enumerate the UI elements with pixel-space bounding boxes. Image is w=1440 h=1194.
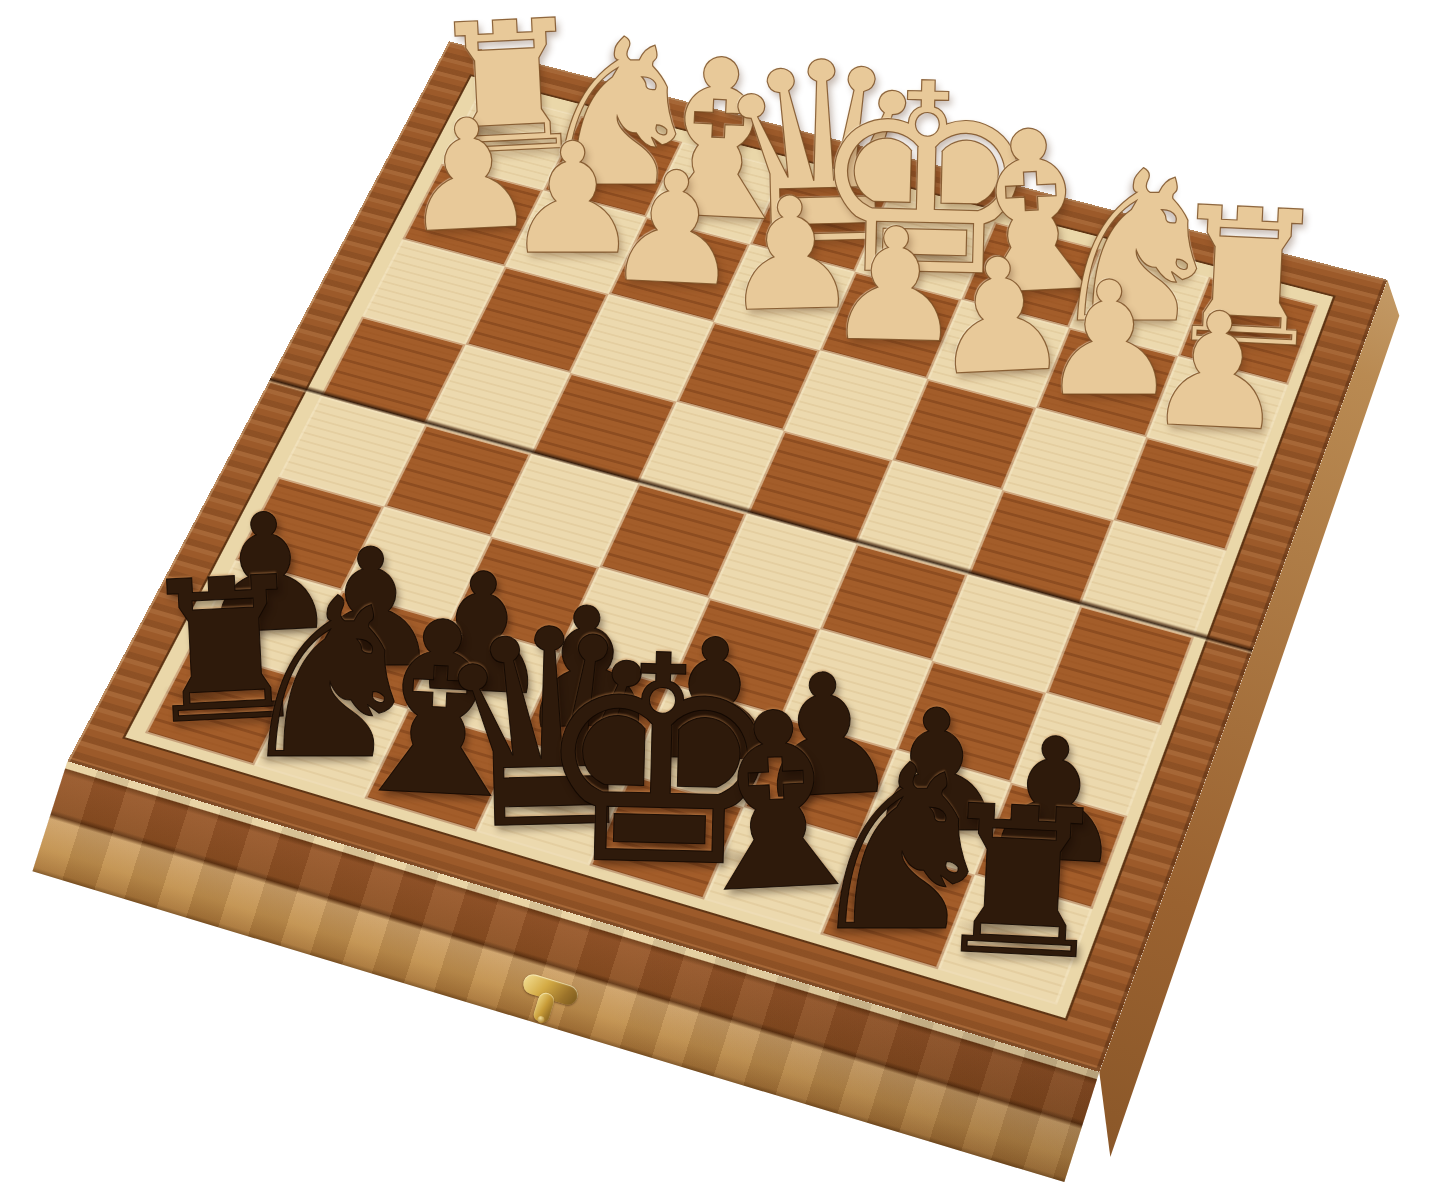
piece-black-rook-h8[interactable]: ♜ [925, 777, 1118, 990]
white-pawn-glyph: ♟ [1142, 289, 1292, 455]
piece-white-pawn-h2[interactable]: ♟ [1142, 289, 1292, 455]
black-rook-glyph: ♜ [925, 777, 1118, 990]
chess-box-photo: ♜♞♝♛♚♝♞♜♟♟♟♟♟♟♟♟♟♟♟♟♟♟♟♟♜♞♝♛♚♝♞♜ [0, 0, 1440, 1194]
